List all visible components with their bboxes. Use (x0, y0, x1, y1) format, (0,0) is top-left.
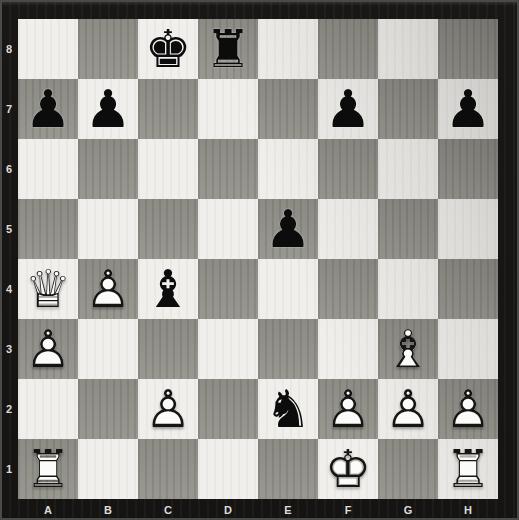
pawn-glyph-fill: ♟ (78, 79, 138, 139)
square-b7[interactable]: ♟ (78, 79, 138, 139)
square-g5[interactable] (378, 199, 438, 259)
piece-white-pawn-f2[interactable]: ♟♙ (318, 379, 378, 439)
piece-black-pawn-a7[interactable]: ♟ (18, 79, 78, 139)
square-g6[interactable] (378, 139, 438, 199)
square-g4[interactable] (378, 259, 438, 319)
pawn-glyph-outline: ♙ (138, 379, 198, 439)
king-glyph-outline: ♔ (318, 439, 378, 499)
file-label-g: G (378, 499, 438, 520)
square-c7[interactable] (138, 79, 198, 139)
square-a3[interactable]: ♟♙ (18, 319, 78, 379)
square-c4[interactable]: ♝ (138, 259, 198, 319)
rank-label-7: 7 (0, 79, 18, 139)
piece-white-rook-h1[interactable]: ♜♖ (438, 439, 498, 499)
piece-black-pawn-e5[interactable]: ♟ (258, 199, 318, 259)
piece-black-king-c8[interactable]: ♚ (138, 19, 198, 79)
king-glyph-fill: ♚ (138, 19, 198, 79)
square-b2[interactable] (78, 379, 138, 439)
square-b1[interactable] (78, 439, 138, 499)
piece-black-pawn-f7[interactable]: ♟ (318, 79, 378, 139)
rank-labels: 87654321 (0, 19, 18, 499)
square-b4[interactable]: ♟♙ (78, 259, 138, 319)
square-g3[interactable]: ♝♗ (378, 319, 438, 379)
square-h4[interactable] (438, 259, 498, 319)
piece-white-pawn-b4[interactable]: ♟♙ (78, 259, 138, 319)
square-h2[interactable]: ♟♙ (438, 379, 498, 439)
square-e7[interactable] (258, 79, 318, 139)
square-a8[interactable] (18, 19, 78, 79)
square-e6[interactable] (258, 139, 318, 199)
square-e8[interactable] (258, 19, 318, 79)
pawn-glyph-outline: ♙ (18, 319, 78, 379)
square-h8[interactable] (438, 19, 498, 79)
square-h1[interactable]: ♜♖ (438, 439, 498, 499)
square-a5[interactable] (18, 199, 78, 259)
piece-black-pawn-b7[interactable]: ♟ (78, 79, 138, 139)
file-label-a: A (18, 499, 78, 520)
square-a2[interactable] (18, 379, 78, 439)
piece-white-pawn-c2[interactable]: ♟♙ (138, 379, 198, 439)
piece-white-pawn-h2[interactable]: ♟♙ (438, 379, 498, 439)
square-e5[interactable]: ♟ (258, 199, 318, 259)
square-c8[interactable]: ♚ (138, 19, 198, 79)
rank-label-6: 6 (0, 139, 18, 199)
piece-white-king-f1[interactable]: ♚♔ (318, 439, 378, 499)
square-c1[interactable] (138, 439, 198, 499)
pawn-glyph-fill: ♟ (318, 79, 378, 139)
piece-black-knight-e2[interactable]: ♞ (258, 379, 318, 439)
square-e2[interactable]: ♞ (258, 379, 318, 439)
square-h7[interactable]: ♟ (438, 79, 498, 139)
square-a1[interactable]: ♜♖ (18, 439, 78, 499)
square-f3[interactable] (318, 319, 378, 379)
square-e4[interactable] (258, 259, 318, 319)
square-e3[interactable] (258, 319, 318, 379)
piece-white-rook-a1[interactable]: ♜♖ (18, 439, 78, 499)
chessboard-frame: 87654321 ♚♜♟♟♟♟♟♛♕♟♙♝♟♙♝♗♟♙♞♟♙♟♙♟♙♜♖♚♔♜♖… (0, 0, 519, 520)
square-f8[interactable] (318, 19, 378, 79)
rank-label-2: 2 (0, 379, 18, 439)
square-a7[interactable]: ♟ (18, 79, 78, 139)
knight-glyph-fill: ♞ (258, 379, 318, 439)
square-a4[interactable]: ♛♕ (18, 259, 78, 319)
square-g2[interactable]: ♟♙ (378, 379, 438, 439)
chess-board: ♚♜♟♟♟♟♟♛♕♟♙♝♟♙♝♗♟♙♞♟♙♟♙♟♙♜♖♚♔♜♖ (18, 19, 498, 499)
square-b3[interactable] (78, 319, 138, 379)
square-f5[interactable] (318, 199, 378, 259)
rook-glyph-outline: ♖ (438, 439, 498, 499)
square-h6[interactable] (438, 139, 498, 199)
piece-black-rook-d8[interactable]: ♜ (198, 19, 258, 79)
piece-white-pawn-a3[interactable]: ♟♙ (18, 319, 78, 379)
file-label-c: C (138, 499, 198, 520)
square-h3[interactable] (438, 319, 498, 379)
piece-white-queen-a4[interactable]: ♛♕ (18, 259, 78, 319)
pawn-glyph-outline: ♙ (318, 379, 378, 439)
bishop-glyph-outline: ♗ (378, 319, 438, 379)
square-a6[interactable] (18, 139, 78, 199)
file-label-f: F (318, 499, 378, 520)
square-d3[interactable] (198, 319, 258, 379)
square-f1[interactable]: ♚♔ (318, 439, 378, 499)
square-b5[interactable] (78, 199, 138, 259)
square-f6[interactable] (318, 139, 378, 199)
square-e1[interactable] (258, 439, 318, 499)
square-d6[interactable] (198, 139, 258, 199)
file-label-h: H (438, 499, 498, 520)
file-label-d: D (198, 499, 258, 520)
square-f4[interactable] (318, 259, 378, 319)
square-g7[interactable] (378, 79, 438, 139)
square-c6[interactable] (138, 139, 198, 199)
square-g1[interactable] (378, 439, 438, 499)
square-g8[interactable] (378, 19, 438, 79)
square-c5[interactable] (138, 199, 198, 259)
square-d1[interactable] (198, 439, 258, 499)
pawn-glyph-outline: ♙ (78, 259, 138, 319)
file-label-e: E (258, 499, 318, 520)
square-f2[interactable]: ♟♙ (318, 379, 378, 439)
rank-label-8: 8 (0, 19, 18, 79)
square-h5[interactable] (438, 199, 498, 259)
rank-label-3: 3 (0, 319, 18, 379)
pawn-glyph-fill: ♟ (438, 79, 498, 139)
piece-black-pawn-h7[interactable]: ♟ (438, 79, 498, 139)
piece-black-bishop-c4[interactable]: ♝ (138, 259, 198, 319)
file-label-b: B (78, 499, 138, 520)
pawn-glyph-fill: ♟ (18, 79, 78, 139)
rank-label-4: 4 (0, 259, 18, 319)
square-b8[interactable] (78, 19, 138, 79)
pawn-glyph-outline: ♙ (378, 379, 438, 439)
piece-white-bishop-g3[interactable]: ♝♗ (378, 319, 438, 379)
square-d2[interactable] (198, 379, 258, 439)
piece-white-pawn-g2[interactable]: ♟♙ (378, 379, 438, 439)
bishop-glyph-fill: ♝ (138, 259, 198, 319)
square-c3[interactable] (138, 319, 198, 379)
pawn-glyph-outline: ♙ (438, 379, 498, 439)
rook-glyph-outline: ♖ (18, 439, 78, 499)
square-d5[interactable] (198, 199, 258, 259)
rank-label-5: 5 (0, 199, 18, 259)
pawn-glyph-fill: ♟ (258, 199, 318, 259)
square-d4[interactable] (198, 259, 258, 319)
file-labels: ABCDEFGH (18, 499, 498, 520)
queen-glyph-outline: ♕ (18, 259, 78, 319)
square-d8[interactable]: ♜ (198, 19, 258, 79)
rook-glyph-fill: ♜ (198, 19, 258, 79)
square-b6[interactable] (78, 139, 138, 199)
rank-label-1: 1 (0, 439, 18, 499)
square-f7[interactable]: ♟ (318, 79, 378, 139)
square-c2[interactable]: ♟♙ (138, 379, 198, 439)
square-d7[interactable] (198, 79, 258, 139)
